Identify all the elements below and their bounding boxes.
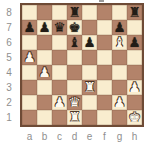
file-label-a: a bbox=[22, 129, 37, 143]
file-label-c: c bbox=[52, 129, 67, 143]
rank-label-2: 2 bbox=[0, 95, 18, 110]
file-label-g: g bbox=[112, 129, 127, 143]
square-e5[interactable] bbox=[82, 50, 97, 65]
chessboard: ♜♜♟♟♛♚♟♝♟♝♟♟♟♜♟♟♛♟♜♚ bbox=[20, 3, 144, 127]
square-e2[interactable] bbox=[82, 95, 97, 110]
rank-label-7: 7 bbox=[0, 20, 18, 35]
square-b4[interactable]: ♟ bbox=[37, 65, 52, 80]
square-d4[interactable] bbox=[67, 65, 82, 80]
square-e1[interactable] bbox=[82, 110, 97, 125]
square-g5[interactable] bbox=[112, 50, 127, 65]
square-g6[interactable]: ♝ bbox=[112, 35, 127, 50]
rank-label-3: 3 bbox=[0, 80, 18, 95]
square-h5[interactable] bbox=[127, 50, 142, 65]
rank-label-5: 5 bbox=[0, 50, 18, 65]
piece-white-king[interactable]: ♚ bbox=[128, 110, 140, 125]
square-h1[interactable]: ♚ bbox=[127, 110, 142, 125]
square-b2[interactable] bbox=[37, 95, 52, 110]
square-a2[interactable] bbox=[22, 95, 37, 110]
square-a1[interactable] bbox=[22, 110, 37, 125]
square-a5[interactable]: ♟ bbox=[22, 50, 37, 65]
file-label-h: h bbox=[127, 129, 142, 143]
square-g4[interactable] bbox=[112, 65, 127, 80]
chess-diagram: 87654321 ♜♜♟♟♛♚♟♝♟♝♟♟♟♜♟♟♛♟♜♚ abcdefgh bbox=[0, 0, 146, 145]
square-c6[interactable] bbox=[52, 35, 67, 50]
file-labels: abcdefgh bbox=[22, 129, 142, 143]
rank-label-6: 6 bbox=[0, 35, 18, 50]
square-f5[interactable] bbox=[97, 50, 112, 65]
file-label-b: b bbox=[37, 129, 52, 143]
square-g1[interactable] bbox=[112, 110, 127, 125]
piece-black-pawn[interactable]: ♟ bbox=[38, 20, 50, 35]
square-a3[interactable] bbox=[22, 80, 37, 95]
square-f1[interactable] bbox=[97, 110, 112, 125]
piece-white-pawn[interactable]: ♟ bbox=[128, 80, 140, 95]
square-d1[interactable]: ♜ bbox=[67, 110, 82, 125]
piece-white-pawn[interactable]: ♟ bbox=[23, 50, 35, 65]
piece-white-rook[interactable]: ♜ bbox=[68, 110, 80, 125]
square-c4[interactable] bbox=[52, 65, 67, 80]
square-h8[interactable]: ♜ bbox=[127, 5, 142, 20]
square-b1[interactable] bbox=[37, 110, 52, 125]
square-f7[interactable] bbox=[97, 20, 112, 35]
rank-label-1: 1 bbox=[0, 110, 18, 125]
square-c2[interactable]: ♟ bbox=[52, 95, 67, 110]
square-b6[interactable] bbox=[37, 35, 52, 50]
square-f8[interactable] bbox=[97, 5, 112, 20]
square-e3[interactable]: ♜ bbox=[82, 80, 97, 95]
piece-black-queen[interactable]: ♛ bbox=[53, 20, 65, 35]
file-label-d: d bbox=[67, 129, 82, 143]
piece-black-pawn[interactable]: ♟ bbox=[23, 20, 35, 35]
piece-white-rook[interactable]: ♜ bbox=[83, 80, 95, 95]
file-label-f: f bbox=[97, 129, 112, 143]
piece-black-bishop[interactable]: ♝ bbox=[68, 35, 80, 50]
piece-black-pawn[interactable]: ♟ bbox=[113, 20, 125, 35]
square-b3[interactable] bbox=[37, 80, 52, 95]
square-e8[interactable] bbox=[82, 5, 97, 20]
square-b7[interactable]: ♟ bbox=[37, 20, 52, 35]
square-f4[interactable] bbox=[97, 65, 112, 80]
piece-black-king[interactable]: ♚ bbox=[68, 20, 80, 35]
square-d5[interactable] bbox=[67, 50, 82, 65]
square-c1[interactable] bbox=[52, 110, 67, 125]
piece-white-pawn[interactable]: ♟ bbox=[53, 95, 65, 110]
rank-label-4: 4 bbox=[0, 65, 18, 80]
square-c7[interactable]: ♛ bbox=[52, 20, 67, 35]
piece-black-rook[interactable]: ♜ bbox=[128, 5, 140, 20]
square-a7[interactable]: ♟ bbox=[22, 20, 37, 35]
cropped-edge-artifact bbox=[99, 0, 104, 2]
square-f2[interactable] bbox=[97, 95, 112, 110]
file-label-e: e bbox=[82, 129, 97, 143]
square-h6[interactable]: ♟ bbox=[127, 35, 142, 50]
rank-label-8: 8 bbox=[0, 5, 18, 20]
square-c5[interactable] bbox=[52, 50, 67, 65]
square-a4[interactable] bbox=[22, 65, 37, 80]
square-e6[interactable]: ♟ bbox=[82, 35, 97, 50]
piece-white-bishop[interactable]: ♝ bbox=[113, 35, 125, 50]
piece-black-pawn[interactable]: ♟ bbox=[128, 35, 140, 50]
piece-white-queen[interactable]: ♛ bbox=[68, 95, 80, 110]
square-f6[interactable] bbox=[97, 35, 112, 50]
piece-white-pawn[interactable]: ♟ bbox=[113, 95, 125, 110]
piece-black-pawn[interactable]: ♟ bbox=[83, 35, 95, 50]
square-h3[interactable]: ♟ bbox=[127, 80, 142, 95]
piece-black-rook[interactable]: ♜ bbox=[68, 5, 80, 20]
square-d6[interactable]: ♝ bbox=[67, 35, 82, 50]
rank-labels: 87654321 bbox=[0, 5, 18, 125]
square-g2[interactable]: ♟ bbox=[112, 95, 127, 110]
piece-white-pawn[interactable]: ♟ bbox=[38, 65, 50, 80]
square-f3[interactable] bbox=[97, 80, 112, 95]
